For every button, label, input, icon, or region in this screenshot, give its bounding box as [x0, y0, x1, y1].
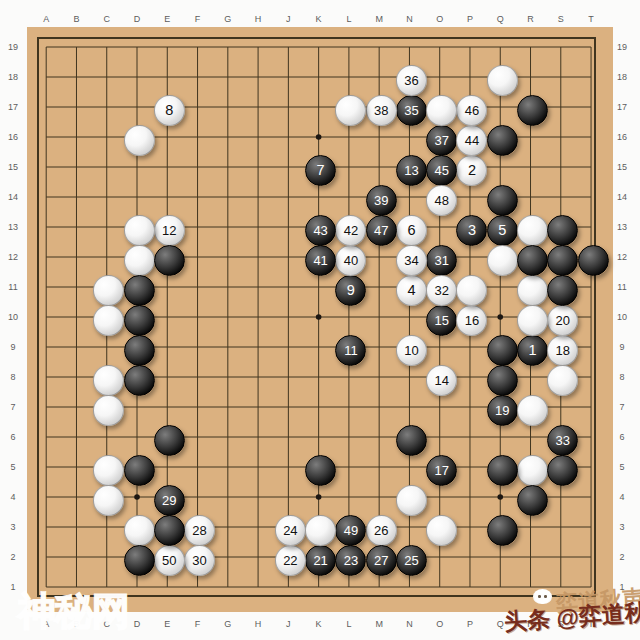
go-stone-black-N17[interactable]: 35: [396, 95, 427, 126]
row-label-right: 13: [617, 222, 627, 232]
row-label-right: 17: [617, 102, 627, 112]
go-stone-black-Q8[interactable]: [487, 365, 518, 396]
row-label-left: 14: [8, 192, 18, 202]
row-label-right: 6: [619, 432, 624, 442]
go-stone-black-O16[interactable]: 37: [426, 125, 457, 156]
move-number: 9: [347, 283, 355, 298]
go-stone-black-K12[interactable]: 41: [305, 245, 336, 276]
go-stone-black-S6[interactable]: 33: [547, 425, 578, 456]
row-label-right: 15: [617, 162, 627, 172]
move-number: 15: [434, 314, 448, 327]
go-stone-black-R12[interactable]: [517, 245, 548, 276]
row-label-left: 16: [8, 132, 18, 142]
move-number: 31: [434, 254, 448, 267]
star-point: [497, 494, 503, 500]
row-label-left: 12: [8, 252, 18, 262]
go-stone-white-O14[interactable]: 48: [426, 185, 457, 216]
move-number: 27: [374, 554, 388, 567]
go-stone-white-O17[interactable]: [426, 95, 457, 126]
go-stone-white-P10[interactable]: 16: [456, 305, 487, 336]
go-stone-white-Q12[interactable]: [487, 245, 518, 276]
row-label-right: 16: [617, 132, 627, 142]
move-number: 33: [556, 434, 570, 447]
go-stone-white-O8[interactable]: 14: [426, 365, 457, 396]
move-number: 10: [404, 344, 418, 357]
col-label-top: O: [436, 14, 443, 24]
go-stone-black-O12[interactable]: 31: [426, 245, 457, 276]
move-number: 46: [465, 104, 479, 117]
go-stone-white-M3[interactable]: 26: [366, 515, 397, 546]
go-stone-white-E17[interactable]: 8: [154, 95, 185, 126]
col-label-top: H: [255, 14, 262, 24]
go-stone-black-M13[interactable]: 47: [366, 215, 397, 246]
row-label-right: 14: [617, 192, 627, 202]
go-stone-black-K15[interactable]: 7: [305, 155, 336, 186]
watermark-badge-icon: [533, 589, 552, 604]
row-label-right: 9: [619, 342, 624, 352]
go-stone-black-D9[interactable]: [124, 335, 155, 366]
go-stone-white-R11[interactable]: [517, 275, 548, 306]
move-number: 38: [374, 104, 388, 117]
go-stone-black-E3[interactable]: [154, 515, 185, 546]
go-stone-white-C10[interactable]: [93, 305, 124, 336]
go-stone-black-L9[interactable]: 11: [335, 335, 366, 366]
go-stone-black-N15[interactable]: 13: [396, 155, 427, 186]
move-number: 1: [528, 343, 536, 358]
move-number: 37: [434, 134, 448, 147]
go-stone-black-M14[interactable]: 39: [366, 185, 397, 216]
row-label-left: 7: [10, 402, 15, 412]
go-stone-black-S13[interactable]: [547, 215, 578, 246]
row-label-right: 8: [619, 372, 624, 382]
row-label-right: 11: [617, 282, 626, 292]
go-stone-black-D11[interactable]: [124, 275, 155, 306]
move-number: 22: [283, 554, 297, 567]
go-stone-black-O5[interactable]: 17: [426, 455, 457, 486]
row-label-left: 18: [8, 72, 18, 82]
go-stone-black-O15[interactable]: 45: [426, 155, 457, 186]
move-number: 13: [404, 164, 418, 177]
go-stone-white-D13[interactable]: [124, 215, 155, 246]
go-stone-black-N6[interactable]: [396, 425, 427, 456]
go-stone-white-C7[interactable]: [93, 395, 124, 426]
move-number: 32: [434, 284, 448, 297]
go-stone-white-K3[interactable]: [305, 515, 336, 546]
move-number: 11: [344, 344, 358, 357]
star-point: [316, 314, 322, 320]
col-label-top: E: [164, 14, 170, 24]
go-stone-white-N18[interactable]: 36: [396, 65, 427, 96]
row-label-left: 17: [8, 102, 18, 112]
col-label-bottom: M: [375, 619, 383, 629]
go-stone-black-D10[interactable]: [124, 305, 155, 336]
row-label-left: 2: [10, 552, 15, 562]
col-label-top: D: [134, 14, 141, 24]
go-stone-white-R13[interactable]: [517, 215, 548, 246]
move-number: 19: [495, 404, 509, 417]
row-label-left: 10: [8, 312, 18, 322]
go-stone-white-E13[interactable]: 12: [154, 215, 185, 246]
move-number: 18: [556, 344, 570, 357]
col-label-bottom: D: [134, 619, 141, 629]
go-stone-black-R17[interactable]: [517, 95, 548, 126]
move-number: 41: [313, 254, 327, 267]
col-label-top: R: [527, 14, 534, 24]
col-label-top: L: [346, 14, 351, 24]
go-stone-white-S8[interactable]: [547, 365, 578, 396]
move-number: 50: [162, 554, 176, 567]
go-stone-white-P11[interactable]: [456, 275, 487, 306]
go-board-diagram: AABBCCDDEEFFGGHHJJKKLLMMNNOOPPQQRRSSTT19…: [0, 0, 640, 640]
move-number: 49: [344, 524, 358, 537]
go-stone-black-Q14[interactable]: [487, 185, 518, 216]
row-label-right: 12: [617, 252, 627, 262]
go-stone-black-K13[interactable]: 43: [305, 215, 336, 246]
go-stone-black-Q5[interactable]: [487, 455, 518, 486]
go-stone-white-N12[interactable]: 34: [396, 245, 427, 276]
move-number: 16: [465, 314, 479, 327]
go-stone-white-M17[interactable]: 38: [366, 95, 397, 126]
move-number: 45: [434, 164, 448, 177]
col-label-top: F: [195, 14, 201, 24]
row-label-left: 13: [8, 222, 18, 232]
go-stone-white-R5[interactable]: [517, 455, 548, 486]
row-label-right: 10: [617, 312, 627, 322]
row-label-right: 5: [619, 462, 624, 472]
row-label-left: 1: [10, 582, 15, 592]
go-stone-white-R7[interactable]: [517, 395, 548, 426]
move-number: 24: [283, 524, 297, 537]
go-stone-black-T12[interactable]: [578, 245, 609, 276]
star-point: [134, 494, 140, 500]
move-number: 43: [313, 224, 327, 237]
row-label-left: 5: [10, 462, 15, 472]
go-stone-black-S11[interactable]: [547, 275, 578, 306]
move-number: 39: [374, 194, 388, 207]
row-label-left: 4: [10, 492, 15, 502]
move-number: 12: [162, 224, 176, 237]
row-label-right: 4: [619, 492, 624, 502]
row-label-left: 6: [10, 432, 15, 442]
go-stone-black-D5[interactable]: [124, 455, 155, 486]
row-label-right: 18: [617, 72, 627, 82]
go-stone-black-Q13[interactable]: 5: [487, 215, 518, 246]
row-label-left: 3: [10, 522, 15, 532]
star-point: [316, 134, 322, 140]
col-label-top: A: [43, 14, 49, 24]
go-stone-black-N2[interactable]: 25: [396, 545, 427, 576]
go-stone-white-J2[interactable]: 22: [275, 545, 306, 576]
row-label-right: 19: [617, 42, 627, 52]
go-stone-black-L3[interactable]: 49: [335, 515, 366, 546]
go-stone-white-L13[interactable]: 42: [335, 215, 366, 246]
go-stone-white-O11[interactable]: 32: [426, 275, 457, 306]
go-stone-white-L17[interactable]: [335, 95, 366, 126]
go-stone-white-N9[interactable]: 10: [396, 335, 427, 366]
col-label-bottom: F: [195, 619, 201, 629]
col-label-bottom: K: [316, 619, 322, 629]
go-stone-black-R4[interactable]: [517, 485, 548, 516]
col-label-bottom: O: [436, 619, 443, 629]
move-number: 36: [404, 74, 418, 87]
col-label-top: C: [103, 14, 110, 24]
row-label-right: 7: [619, 402, 624, 412]
go-stone-black-R9[interactable]: 1: [517, 335, 548, 366]
move-number: 29: [162, 494, 176, 507]
go-stone-black-Q7[interactable]: 19: [487, 395, 518, 426]
go-stone-white-F2[interactable]: 30: [184, 545, 215, 576]
go-stone-black-O10[interactable]: 15: [426, 305, 457, 336]
go-stone-black-K5[interactable]: [305, 455, 336, 486]
move-number: 48: [434, 194, 448, 207]
go-stone-white-R10[interactable]: [517, 305, 548, 336]
col-label-bottom: P: [467, 619, 473, 629]
go-stone-white-P16[interactable]: 44: [456, 125, 487, 156]
col-label-bottom: Q: [497, 619, 504, 629]
row-label-left: 19: [8, 42, 18, 52]
go-stone-white-F3[interactable]: 28: [184, 515, 215, 546]
col-label-top: G: [224, 14, 231, 24]
row-label-left: 8: [10, 372, 15, 382]
go-stone-black-M2[interactable]: 27: [366, 545, 397, 576]
col-label-top: S: [558, 14, 564, 24]
row-label-left: 9: [10, 342, 15, 352]
go-stone-white-S9[interactable]: 18: [547, 335, 578, 366]
move-number: 2: [468, 163, 476, 178]
move-number: 28: [192, 524, 206, 537]
move-number: 30: [192, 554, 206, 567]
col-label-top: K: [316, 14, 322, 24]
move-number: 21: [313, 554, 327, 567]
go-stone-white-Q18[interactable]: [487, 65, 518, 96]
go-stone-black-S5[interactable]: [547, 455, 578, 486]
go-stone-black-Q16[interactable]: [487, 125, 518, 156]
go-stone-white-C11[interactable]: [93, 275, 124, 306]
move-number: 34: [404, 254, 418, 267]
go-stone-black-D8[interactable]: [124, 365, 155, 396]
col-label-bottom: E: [164, 619, 170, 629]
go-stone-black-E6[interactable]: [154, 425, 185, 456]
go-stone-white-P15[interactable]: 2: [456, 155, 487, 186]
go-stone-black-E4[interactable]: 29: [154, 485, 185, 516]
col-label-top: T: [588, 14, 594, 24]
move-number: 7: [317, 163, 325, 178]
star-point: [497, 314, 503, 320]
go-stone-white-L12[interactable]: 40: [335, 245, 366, 276]
move-number: 17: [434, 464, 448, 477]
col-label-top: Q: [497, 14, 504, 24]
row-label-right: 3: [619, 522, 624, 532]
go-stone-white-C5[interactable]: [93, 455, 124, 486]
col-label-top: P: [467, 14, 473, 24]
col-label-top: N: [406, 14, 413, 24]
go-stone-white-C8[interactable]: [93, 365, 124, 396]
col-label-bottom: H: [255, 619, 262, 629]
move-number: 23: [344, 554, 358, 567]
go-stone-white-N13[interactable]: 6: [396, 215, 427, 246]
watermark-bottom-left: 神秘网: [18, 586, 129, 637]
go-stone-white-P17[interactable]: 46: [456, 95, 487, 126]
go-stone-white-O3[interactable]: [426, 515, 457, 546]
go-stone-white-N4[interactable]: [396, 485, 427, 516]
col-label-bottom: J: [286, 619, 291, 629]
move-number: 26: [374, 524, 388, 537]
move-number: 5: [498, 223, 506, 238]
go-stone-black-Q3[interactable]: [487, 515, 518, 546]
go-stone-black-D2[interactable]: [124, 545, 155, 576]
move-number: 6: [407, 223, 415, 238]
go-stone-white-D12[interactable]: [124, 245, 155, 276]
star-point: [316, 494, 322, 500]
col-label-top: B: [73, 14, 79, 24]
move-number: 35: [404, 104, 418, 117]
col-label-bottom: G: [224, 619, 231, 629]
move-number: 25: [404, 554, 418, 567]
go-stone-black-K2[interactable]: 21: [305, 545, 336, 576]
col-label-top: M: [375, 14, 383, 24]
move-number: 20: [556, 314, 570, 327]
go-stone-black-E12[interactable]: [154, 245, 185, 276]
row-label-left: 11: [8, 282, 17, 292]
go-stone-white-D3[interactable]: [124, 515, 155, 546]
go-stone-white-N11[interactable]: 4: [396, 275, 427, 306]
go-stone-white-C4[interactable]: [93, 485, 124, 516]
col-label-top: J: [286, 14, 291, 24]
move-number: 42: [344, 224, 358, 237]
go-stone-white-J3[interactable]: 24: [275, 515, 306, 546]
col-label-bottom: N: [406, 619, 413, 629]
move-number: 8: [165, 103, 173, 118]
go-stone-white-S10[interactable]: 20: [547, 305, 578, 336]
move-number: 4: [407, 283, 415, 298]
move-number: 3: [468, 223, 476, 238]
go-stone-black-L2[interactable]: 23: [335, 545, 366, 576]
move-number: 14: [434, 374, 448, 387]
go-stone-black-L11[interactable]: 9: [335, 275, 366, 306]
row-label-left: 15: [8, 162, 18, 172]
move-number: 40: [344, 254, 358, 267]
go-stone-white-D16[interactable]: [124, 125, 155, 156]
go-stone-white-E2[interactable]: 50: [154, 545, 185, 576]
move-number: 47: [374, 224, 388, 237]
go-stone-black-Q9[interactable]: [487, 335, 518, 366]
move-number: 44: [465, 134, 479, 147]
col-label-bottom: L: [346, 619, 351, 629]
row-label-right: 2: [619, 552, 624, 562]
go-stone-black-P13[interactable]: 3: [456, 215, 487, 246]
go-stone-black-S12[interactable]: [547, 245, 578, 276]
